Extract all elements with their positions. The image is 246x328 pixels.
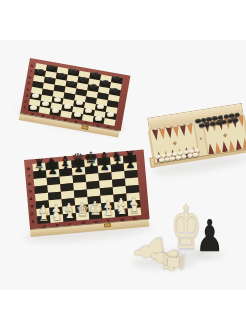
rank-label: 7 (27, 174, 31, 178)
diamond-inlay-icon (223, 133, 227, 137)
product-photo: abcdefgh87654321 abcdefgh87654321 ♜♞♝♛♚♝… (0, 0, 246, 328)
rank-label: 1 (23, 105, 27, 109)
rank-label: 7 (29, 70, 33, 74)
lying-pieces-shadow (132, 257, 196, 269)
diamond-inlay-icon (173, 141, 177, 145)
rank-label: 1 (31, 219, 35, 223)
rank-label: 5 (28, 189, 32, 193)
chess-board: abcdefgh87654321 (24, 150, 150, 230)
rank-label: 8 (26, 166, 30, 170)
black-backgammon-checker (232, 117, 238, 122)
rank-label: 3 (25, 93, 29, 97)
rank-label: 4 (29, 197, 33, 201)
backgammon-point (238, 116, 246, 128)
brass-clasp-icon (104, 223, 111, 228)
pawn-shadow (194, 252, 224, 259)
black-backgammon-checker (217, 114, 223, 119)
rank-label: 3 (29, 204, 33, 208)
rank-label: 8 (30, 64, 34, 68)
black-backgammon-checker (198, 122, 204, 127)
black-backgammon-checker (195, 118, 201, 123)
black-backgammon-checker (221, 119, 227, 124)
rank-label: 6 (28, 76, 32, 80)
rank-label: 6 (27, 181, 31, 185)
rank-label: 5 (27, 82, 31, 86)
rank-label: 2 (24, 99, 28, 103)
backgammon-point (241, 137, 246, 149)
brass-clasp-icon (81, 125, 89, 130)
chess-grid (32, 155, 141, 224)
rank-label: 4 (26, 88, 30, 92)
rank-label: 2 (30, 212, 34, 216)
